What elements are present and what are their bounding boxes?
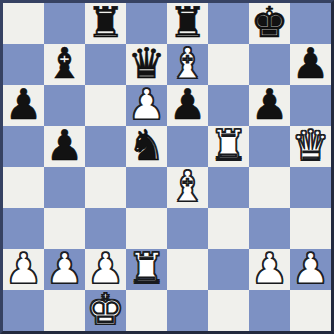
square-f4[interactable] <box>208 167 249 208</box>
square-h1[interactable] <box>290 290 331 331</box>
square-d5[interactable]: ♞ <box>126 126 167 167</box>
square-c6[interactable] <box>85 85 126 126</box>
piece-black-knight[interactable]: ♞ <box>128 125 166 166</box>
square-f2[interactable] <box>208 249 249 290</box>
square-d2[interactable]: ♜ <box>126 249 167 290</box>
square-h7[interactable]: ♟ <box>290 44 331 85</box>
piece-black-pawn[interactable]: ♟ <box>251 84 289 125</box>
square-b6[interactable] <box>44 85 85 126</box>
piece-black-bishop[interactable]: ♝ <box>46 43 84 84</box>
square-b5[interactable]: ♟ <box>44 126 85 167</box>
square-c2[interactable]: ♟ <box>85 249 126 290</box>
square-a4[interactable] <box>3 167 44 208</box>
piece-white-pawn[interactable]: ♟ <box>87 248 125 289</box>
piece-white-queen[interactable]: ♛ <box>292 125 330 166</box>
square-b3[interactable] <box>44 208 85 249</box>
square-b8[interactable] <box>44 3 85 44</box>
square-f5[interactable]: ♜ <box>208 126 249 167</box>
chess-board: ♜♜♚♝♛♝♟♟♟♟♟♟♞♜♛♝♟♟♟♜♟♟♚ <box>3 3 331 331</box>
piece-white-pawn[interactable]: ♟ <box>292 248 330 289</box>
square-c8[interactable]: ♜ <box>85 3 126 44</box>
square-f7[interactable] <box>208 44 249 85</box>
piece-black-rook[interactable]: ♜ <box>87 2 125 43</box>
square-b7[interactable]: ♝ <box>44 44 85 85</box>
square-e6[interactable]: ♟ <box>167 85 208 126</box>
piece-white-pawn[interactable]: ♟ <box>5 248 43 289</box>
square-h6[interactable] <box>290 85 331 126</box>
square-e4[interactable]: ♝ <box>167 167 208 208</box>
square-h8[interactable] <box>290 3 331 44</box>
square-h3[interactable] <box>290 208 331 249</box>
square-e1[interactable] <box>167 290 208 331</box>
piece-white-rook[interactable]: ♜ <box>128 248 166 289</box>
square-c4[interactable] <box>85 167 126 208</box>
square-c7[interactable] <box>85 44 126 85</box>
piece-white-bishop[interactable]: ♝ <box>169 43 207 84</box>
square-e5[interactable] <box>167 126 208 167</box>
square-a6[interactable]: ♟ <box>3 85 44 126</box>
square-g6[interactable]: ♟ <box>249 85 290 126</box>
square-d7[interactable]: ♛ <box>126 44 167 85</box>
square-f3[interactable] <box>208 208 249 249</box>
square-b2[interactable]: ♟ <box>44 249 85 290</box>
square-f1[interactable] <box>208 290 249 331</box>
piece-white-pawn[interactable]: ♟ <box>46 248 84 289</box>
square-f8[interactable] <box>208 3 249 44</box>
square-d3[interactable] <box>126 208 167 249</box>
square-g7[interactable] <box>249 44 290 85</box>
square-c5[interactable] <box>85 126 126 167</box>
square-e8[interactable]: ♜ <box>167 3 208 44</box>
square-d6[interactable]: ♟ <box>126 85 167 126</box>
square-g1[interactable] <box>249 290 290 331</box>
square-b1[interactable] <box>44 290 85 331</box>
square-d4[interactable] <box>126 167 167 208</box>
piece-white-king[interactable]: ♚ <box>87 289 125 330</box>
piece-black-pawn[interactable]: ♟ <box>46 125 84 166</box>
square-b4[interactable] <box>44 167 85 208</box>
square-g5[interactable] <box>249 126 290 167</box>
square-g2[interactable]: ♟ <box>249 249 290 290</box>
square-g8[interactable]: ♚ <box>249 3 290 44</box>
square-h2[interactable]: ♟ <box>290 249 331 290</box>
piece-white-pawn[interactable]: ♟ <box>128 84 166 125</box>
square-a2[interactable]: ♟ <box>3 249 44 290</box>
square-f6[interactable] <box>208 85 249 126</box>
square-c1[interactable]: ♚ <box>85 290 126 331</box>
chess-board-frame: ♜♜♚♝♛♝♟♟♟♟♟♟♞♜♛♝♟♟♟♜♟♟♚ <box>0 0 334 334</box>
square-d8[interactable] <box>126 3 167 44</box>
piece-black-rook[interactable]: ♜ <box>169 2 207 43</box>
piece-white-rook[interactable]: ♜ <box>210 125 248 166</box>
square-h5[interactable]: ♛ <box>290 126 331 167</box>
piece-black-pawn[interactable]: ♟ <box>169 84 207 125</box>
square-h4[interactable] <box>290 167 331 208</box>
piece-white-bishop[interactable]: ♝ <box>169 166 207 207</box>
piece-black-pawn[interactable]: ♟ <box>5 84 43 125</box>
square-a5[interactable] <box>3 126 44 167</box>
square-a3[interactable] <box>3 208 44 249</box>
square-e2[interactable] <box>167 249 208 290</box>
square-d1[interactable] <box>126 290 167 331</box>
piece-black-king[interactable]: ♚ <box>251 2 289 43</box>
square-a1[interactable] <box>3 290 44 331</box>
piece-black-queen[interactable]: ♛ <box>128 43 166 84</box>
piece-black-pawn[interactable]: ♟ <box>292 43 330 84</box>
square-c3[interactable] <box>85 208 126 249</box>
square-e3[interactable] <box>167 208 208 249</box>
square-g3[interactable] <box>249 208 290 249</box>
square-a7[interactable] <box>3 44 44 85</box>
square-e7[interactable]: ♝ <box>167 44 208 85</box>
piece-white-pawn[interactable]: ♟ <box>251 248 289 289</box>
square-a8[interactable] <box>3 3 44 44</box>
square-g4[interactable] <box>249 167 290 208</box>
